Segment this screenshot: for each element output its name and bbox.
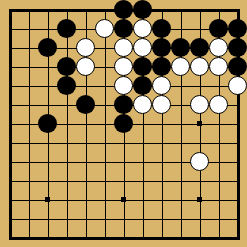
intersection[interactable] [171,76,190,95]
intersection[interactable] [76,209,95,228]
intersection[interactable] [228,0,247,19]
black-stone [114,0,133,19]
black-stone [57,57,76,76]
intersection[interactable] [133,19,152,38]
intersection[interactable] [95,76,114,95]
black-stone [228,19,247,38]
intersection[interactable] [133,152,152,171]
white-stone [133,38,152,57]
intersection[interactable] [114,190,133,209]
intersection[interactable] [190,190,209,209]
intersection[interactable] [57,0,76,19]
white-stone [133,19,152,38]
intersection[interactable] [38,76,57,95]
intersection[interactable] [114,114,133,133]
intersection[interactable] [38,19,57,38]
intersection[interactable] [133,38,152,57]
intersection[interactable] [0,190,19,209]
white-stone [133,95,152,114]
intersection[interactable] [228,76,247,95]
intersection[interactable] [0,133,19,152]
intersection[interactable] [190,228,209,247]
intersection[interactable] [133,190,152,209]
intersection[interactable] [209,152,228,171]
intersection[interactable] [19,95,38,114]
intersection[interactable] [0,209,19,228]
intersection[interactable] [76,171,95,190]
intersection[interactable] [19,133,38,152]
intersection[interactable] [171,38,190,57]
white-stone [76,38,95,57]
intersection[interactable] [0,38,19,57]
intersection[interactable] [114,0,133,19]
intersection[interactable] [228,190,247,209]
intersection[interactable] [114,171,133,190]
intersection[interactable] [114,19,133,38]
intersection[interactable] [0,228,19,247]
intersection[interactable] [38,190,57,209]
intersection[interactable] [114,133,133,152]
white-stone [114,76,133,95]
intersection[interactable] [0,57,19,76]
intersection[interactable] [95,209,114,228]
intersection[interactable] [209,228,228,247]
intersection[interactable] [57,114,76,133]
intersection[interactable] [19,228,38,247]
intersection[interactable] [19,76,38,95]
intersection[interactable] [171,57,190,76]
intersection[interactable] [209,38,228,57]
intersection[interactable] [171,114,190,133]
intersection[interactable] [95,133,114,152]
intersection[interactable] [190,95,209,114]
intersection[interactable] [171,209,190,228]
intersection[interactable] [76,228,95,247]
intersection[interactable] [190,133,209,152]
intersection[interactable] [38,152,57,171]
intersection[interactable] [0,19,19,38]
intersection[interactable] [152,0,171,19]
black-stone [114,114,133,133]
intersection[interactable] [38,38,57,57]
intersection[interactable] [38,0,57,19]
intersection[interactable] [133,171,152,190]
intersection[interactable] [38,114,57,133]
black-stone [152,38,171,57]
intersection[interactable] [57,171,76,190]
intersection[interactable] [38,228,57,247]
intersection[interactable] [190,0,209,19]
intersection[interactable] [76,114,95,133]
intersection[interactable] [95,152,114,171]
intersection[interactable] [133,133,152,152]
intersection[interactable] [38,57,57,76]
black-stone [209,19,228,38]
intersection[interactable] [19,57,38,76]
intersection[interactable] [228,133,247,152]
black-stone [152,19,171,38]
intersection[interactable] [190,38,209,57]
intersection[interactable] [190,57,209,76]
intersection[interactable] [190,209,209,228]
intersection[interactable] [190,114,209,133]
white-stone [171,57,190,76]
black-stone [133,0,152,19]
intersection[interactable] [38,133,57,152]
white-stone [95,19,114,38]
intersection[interactable] [190,76,209,95]
intersection[interactable] [133,228,152,247]
white-stone [228,76,247,95]
intersection[interactable] [152,76,171,95]
intersection[interactable] [171,133,190,152]
intersection[interactable] [152,228,171,247]
intersection[interactable] [228,209,247,228]
intersection[interactable] [209,209,228,228]
intersection[interactable] [57,209,76,228]
intersection[interactable] [228,95,247,114]
intersection[interactable] [209,0,228,19]
white-stone [152,76,171,95]
intersection[interactable] [152,95,171,114]
intersection[interactable] [228,152,247,171]
intersection[interactable] [133,209,152,228]
intersection[interactable] [171,152,190,171]
intersection[interactable] [19,114,38,133]
intersection[interactable] [190,152,209,171]
intersection[interactable] [95,57,114,76]
intersection[interactable] [171,95,190,114]
intersection[interactable] [209,133,228,152]
intersection[interactable] [152,190,171,209]
go-board [0,0,247,247]
intersection[interactable] [76,19,95,38]
intersection[interactable] [19,171,38,190]
intersection[interactable] [171,190,190,209]
intersection[interactable] [133,76,152,95]
white-stone [114,57,133,76]
white-stone [152,95,171,114]
intersection[interactable] [57,57,76,76]
board-cell-grid [0,0,247,247]
intersection[interactable] [133,114,152,133]
intersection[interactable] [114,57,133,76]
intersection[interactable] [57,228,76,247]
intersection[interactable] [76,152,95,171]
intersection[interactable] [228,114,247,133]
intersection[interactable] [95,190,114,209]
intersection[interactable] [57,190,76,209]
black-stone [76,95,95,114]
intersection[interactable] [19,0,38,19]
intersection[interactable] [76,95,95,114]
intersection[interactable] [114,76,133,95]
intersection[interactable] [228,171,247,190]
intersection[interactable] [152,171,171,190]
intersection[interactable] [0,152,19,171]
intersection[interactable] [114,38,133,57]
black-stone [228,38,247,57]
intersection[interactable] [152,114,171,133]
intersection[interactable] [114,95,133,114]
white-stone [76,57,95,76]
intersection[interactable] [95,228,114,247]
intersection[interactable] [57,38,76,57]
white-stone [209,38,228,57]
intersection[interactable] [171,228,190,247]
black-stone [114,95,133,114]
white-stone [190,95,209,114]
intersection[interactable] [38,171,57,190]
intersection[interactable] [114,152,133,171]
intersection[interactable] [133,57,152,76]
intersection[interactable] [76,133,95,152]
intersection[interactable] [209,171,228,190]
intersection[interactable] [38,209,57,228]
intersection[interactable] [19,19,38,38]
intersection[interactable] [0,114,19,133]
intersection[interactable] [57,152,76,171]
intersection[interactable] [57,19,76,38]
white-stone [190,152,209,171]
black-stone [133,57,152,76]
intersection[interactable] [76,76,95,95]
intersection[interactable] [209,57,228,76]
intersection[interactable] [38,95,57,114]
black-stone [171,38,190,57]
black-stone [133,76,152,95]
black-stone [57,76,76,95]
black-stone [38,38,57,57]
intersection[interactable] [171,171,190,190]
intersection[interactable] [209,76,228,95]
intersection[interactable] [152,133,171,152]
intersection[interactable] [95,171,114,190]
intersection[interactable] [209,190,228,209]
intersection[interactable] [228,19,247,38]
intersection[interactable] [57,76,76,95]
intersection[interactable] [57,95,76,114]
intersection[interactable] [152,152,171,171]
intersection[interactable] [171,0,190,19]
intersection[interactable] [0,171,19,190]
intersection[interactable] [209,19,228,38]
white-stone [190,57,209,76]
intersection[interactable] [133,95,152,114]
intersection[interactable] [95,95,114,114]
intersection[interactable] [76,190,95,209]
intersection[interactable] [19,38,38,57]
intersection[interactable] [114,228,133,247]
intersection[interactable] [228,228,247,247]
white-stone [209,95,228,114]
intersection[interactable] [0,0,19,19]
intersection[interactable] [152,209,171,228]
intersection[interactable] [228,57,247,76]
intersection[interactable] [76,57,95,76]
intersection[interactable] [133,0,152,19]
intersection[interactable] [76,38,95,57]
intersection[interactable] [152,19,171,38]
intersection[interactable] [209,114,228,133]
intersection[interactable] [19,190,38,209]
black-stone [57,19,76,38]
intersection[interactable] [228,38,247,57]
intersection[interactable] [19,209,38,228]
intersection[interactable] [0,95,19,114]
intersection[interactable] [95,38,114,57]
intersection[interactable] [152,57,171,76]
intersection[interactable] [95,0,114,19]
intersection[interactable] [95,114,114,133]
white-stone [209,57,228,76]
intersection[interactable] [0,76,19,95]
black-stone [152,57,171,76]
intersection[interactable] [95,19,114,38]
black-stone [190,38,209,57]
intersection[interactable] [190,19,209,38]
white-stone [114,38,133,57]
intersection[interactable] [209,95,228,114]
intersection[interactable] [152,38,171,57]
black-stone [228,57,247,76]
intersection[interactable] [76,0,95,19]
intersection[interactable] [19,152,38,171]
intersection[interactable] [171,19,190,38]
intersection[interactable] [57,133,76,152]
intersection[interactable] [114,209,133,228]
black-stone [38,114,57,133]
intersection[interactable] [190,171,209,190]
black-stone [114,19,133,38]
